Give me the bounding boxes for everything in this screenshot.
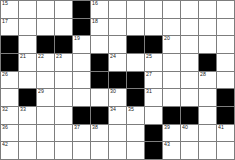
crossword-cell[interactable]: 37: [73, 125, 90, 142]
crossword-cell[interactable]: [37, 1, 54, 18]
crossword-cell[interactable]: 16: [91, 1, 108, 18]
crossword-cell[interactable]: [181, 89, 198, 106]
black-cell: [217, 89, 234, 106]
black-cell: [145, 125, 162, 142]
crossword-cell[interactable]: [199, 36, 216, 53]
crossword-cell[interactable]: [19, 72, 36, 89]
black-cell: [91, 54, 108, 71]
crossword-cell[interactable]: [217, 54, 234, 71]
crossword-cell[interactable]: [1, 89, 18, 106]
cell-number: 16: [92, 1, 98, 6]
crossword-cell[interactable]: [181, 19, 198, 36]
cell-number: 22: [38, 54, 44, 59]
crossword-cell[interactable]: [127, 19, 144, 36]
crossword-cell[interactable]: 25: [145, 54, 162, 71]
cell-number: 29: [38, 89, 44, 94]
crossword-cell[interactable]: [55, 72, 72, 89]
crossword-cell[interactable]: [37, 72, 54, 89]
crossword-cell[interactable]: 38: [91, 125, 108, 142]
cell-number: 30: [110, 89, 116, 94]
crossword-cell[interactable]: [91, 142, 108, 159]
crossword-cell[interactable]: [55, 19, 72, 36]
crossword-cell[interactable]: 36: [1, 125, 18, 142]
crossword-cell[interactable]: [163, 89, 180, 106]
crossword-cell[interactable]: 31: [145, 89, 162, 106]
crossword-cell[interactable]: [55, 107, 72, 124]
crossword-cell[interactable]: [73, 89, 90, 106]
black-cell: [127, 89, 144, 106]
crossword-cell[interactable]: [199, 89, 216, 106]
crossword-cell[interactable]: [109, 36, 126, 53]
black-cell: [145, 142, 162, 159]
crossword-cell[interactable]: [145, 107, 162, 124]
crossword-cell[interactable]: [73, 54, 90, 71]
crossword-cell[interactable]: 32: [1, 107, 18, 124]
crossword-cell[interactable]: [217, 1, 234, 18]
crossword-cell[interactable]: [37, 142, 54, 159]
black-cell: [37, 36, 54, 53]
cell-number: 17: [2, 19, 8, 24]
crossword-cell[interactable]: 20: [163, 36, 180, 53]
black-cell: [145, 36, 162, 53]
cell-number: 38: [92, 125, 98, 130]
crossword-cell[interactable]: 27: [145, 72, 162, 89]
crossword-cell[interactable]: [127, 54, 144, 71]
black-cell: [19, 89, 36, 106]
cell-number: 20: [164, 36, 170, 41]
black-cell: [127, 72, 144, 89]
crossword-cell[interactable]: [181, 54, 198, 71]
crossword-cell[interactable]: [19, 125, 36, 142]
crossword-cell[interactable]: [127, 142, 144, 159]
crossword-cell[interactable]: [199, 125, 216, 142]
black-cell: [1, 36, 18, 53]
black-cell: [73, 1, 90, 18]
crossword-cell[interactable]: 15: [1, 1, 18, 18]
crossword-grid: 1516171819202122232425262728293031323334…: [0, 0, 235, 160]
crossword-cell[interactable]: 24: [109, 54, 126, 71]
crossword-cell[interactable]: 23: [55, 54, 72, 71]
crossword-cell[interactable]: [73, 142, 90, 159]
crossword-cell[interactable]: [109, 125, 126, 142]
crossword-cell[interactable]: 41: [217, 125, 234, 142]
crossword-cell[interactable]: [181, 142, 198, 159]
crossword-cell[interactable]: [19, 142, 36, 159]
crossword-cell[interactable]: [37, 125, 54, 142]
crossword-cell[interactable]: 40: [181, 125, 198, 142]
crossword-cell[interactable]: 39: [163, 125, 180, 142]
cell-number: 41: [218, 125, 224, 130]
crossword-cell[interactable]: [199, 142, 216, 159]
crossword-cell[interactable]: [91, 36, 108, 53]
cell-number: 34: [110, 107, 116, 112]
crossword-cell[interactable]: 19: [73, 36, 90, 53]
crossword-cell[interactable]: [55, 125, 72, 142]
cell-number: 36: [2, 125, 8, 130]
cell-number: 15: [2, 1, 8, 6]
crossword-cell[interactable]: [181, 72, 198, 89]
crossword-cell[interactable]: 18: [91, 19, 108, 36]
crossword-cell[interactable]: [145, 1, 162, 18]
black-cell: [73, 19, 90, 36]
crossword-cell[interactable]: [163, 19, 180, 36]
crossword-cell[interactable]: [163, 54, 180, 71]
crossword-cell[interactable]: 29: [37, 89, 54, 106]
crossword-cell[interactable]: 21: [19, 54, 36, 71]
crossword-cell[interactable]: 43: [163, 142, 180, 159]
cell-number: 24: [110, 54, 116, 59]
crossword-cell[interactable]: [19, 1, 36, 18]
crossword-cell[interactable]: [19, 36, 36, 53]
black-cell: [1, 54, 18, 71]
black-cell: [217, 107, 234, 124]
black-cell: [109, 72, 126, 89]
crossword-cell[interactable]: 42: [1, 142, 18, 159]
crossword-cell[interactable]: 22: [37, 54, 54, 71]
crossword-cell[interactable]: [55, 1, 72, 18]
black-cell: [163, 107, 180, 124]
crossword-cell[interactable]: [55, 142, 72, 159]
black-cell: [181, 107, 198, 124]
cell-number: 40: [182, 125, 188, 130]
crossword-cell[interactable]: [145, 19, 162, 36]
crossword-cell[interactable]: [109, 1, 126, 18]
crossword-cell[interactable]: [109, 142, 126, 159]
crossword-cell[interactable]: [73, 72, 90, 89]
cell-number: 33: [20, 107, 26, 112]
crossword-cell[interactable]: [127, 1, 144, 18]
cell-number: 23: [56, 54, 62, 59]
crossword-cell[interactable]: 34: [109, 107, 126, 124]
crossword-cell[interactable]: 28: [199, 72, 216, 89]
crossword-cell[interactable]: 17: [1, 19, 18, 36]
crossword-cell[interactable]: [37, 19, 54, 36]
crossword-cell[interactable]: [199, 107, 216, 124]
cell-number: 27: [146, 72, 152, 77]
black-cell: [73, 107, 90, 124]
crossword-cell[interactable]: [37, 107, 54, 124]
crossword-cell[interactable]: 35: [127, 107, 144, 124]
crossword-cell[interactable]: [217, 142, 234, 159]
crossword-cell[interactable]: [19, 19, 36, 36]
crossword-cell[interactable]: [163, 72, 180, 89]
crossword-cell[interactable]: [181, 36, 198, 53]
crossword-cell[interactable]: 33: [19, 107, 36, 124]
black-cell: [55, 36, 72, 53]
crossword-cell[interactable]: [181, 1, 198, 18]
crossword-cell[interactable]: [217, 19, 234, 36]
crossword-cell[interactable]: [163, 1, 180, 18]
crossword-cell[interactable]: [199, 19, 216, 36]
cell-number: 37: [74, 125, 80, 130]
black-cell: [91, 72, 108, 89]
crossword-cell[interactable]: 30: [109, 89, 126, 106]
crossword-cell[interactable]: [199, 1, 216, 18]
black-cell: [91, 107, 108, 124]
cell-number: 21: [20, 54, 26, 59]
cell-number: 25: [146, 54, 152, 59]
crossword-cell[interactable]: [55, 89, 72, 106]
crossword-cell[interactable]: [127, 125, 144, 142]
cell-number: 32: [2, 107, 8, 112]
cell-number: 42: [2, 142, 8, 147]
cell-number: 35: [128, 107, 134, 112]
crossword-cell[interactable]: [217, 72, 234, 89]
cell-number: 26: [2, 72, 8, 77]
cell-number: 31: [146, 89, 152, 94]
cell-number: 28: [200, 72, 206, 77]
cell-number: 18: [92, 19, 98, 24]
crossword-cell[interactable]: [217, 36, 234, 53]
crossword-cell[interactable]: [91, 89, 108, 106]
cell-number: 19: [74, 36, 80, 41]
crossword-cell[interactable]: 26: [1, 72, 18, 89]
black-cell: [199, 54, 216, 71]
cell-number: 43: [164, 142, 170, 147]
crossword-cell[interactable]: [109, 19, 126, 36]
cell-number: 39: [164, 125, 170, 130]
black-cell: [127, 36, 144, 53]
